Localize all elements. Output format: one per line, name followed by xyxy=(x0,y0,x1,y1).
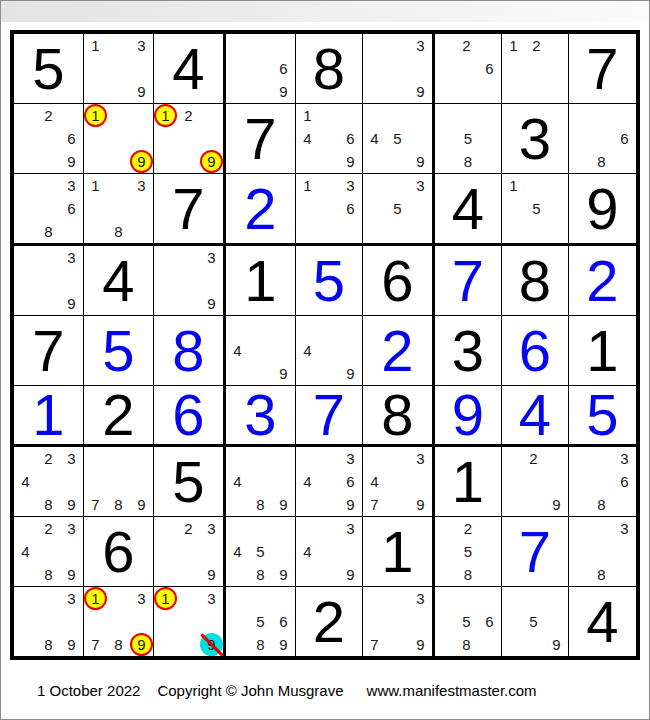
given-digit: 5 xyxy=(172,453,204,511)
candidate-2[interactable]: 2 xyxy=(37,104,60,127)
candidate-4[interactable]: 4 xyxy=(226,540,249,563)
cell-r3c6[interactable]: 35 xyxy=(363,174,435,246)
candidate-3[interactable]: 3 xyxy=(130,34,153,57)
candidate-6[interactable]: 6 xyxy=(339,470,362,493)
candidate-3[interactable]: 3 xyxy=(200,587,223,610)
cell-r6c5[interactable]: 7 xyxy=(296,386,363,447)
candidate-6[interactable]: 6 xyxy=(478,57,501,80)
cell-r8c2[interactable]: 6 xyxy=(84,517,154,587)
given-digit: 1 xyxy=(586,322,618,380)
solved-digit: 2 xyxy=(381,322,413,380)
candidate-9[interactable]: 9 xyxy=(409,493,432,516)
candidate-3[interactable]: 3 xyxy=(60,447,83,470)
cell-r4c1[interactable]: 39 xyxy=(14,246,84,316)
status-bar: 1 October 2022Copyright © John Musgravew… xyxy=(37,682,537,699)
candidate-9[interactable]: 9 xyxy=(409,633,432,656)
cell-r6c1[interactable]: 1 xyxy=(14,386,84,447)
cell-r3c9[interactable]: 9 xyxy=(569,174,636,246)
candidate-3[interactable]: 3 xyxy=(60,587,83,610)
candidate-8[interactable]: 8 xyxy=(37,563,60,586)
given-digit: 2 xyxy=(102,386,134,444)
given-digit: 8 xyxy=(313,40,345,98)
candidate-5[interactable]: 5 xyxy=(386,197,409,220)
cell-r8c4[interactable]: 4589 xyxy=(226,517,296,587)
candidate-1[interactable]: 1 xyxy=(502,34,525,57)
cell-r6c6[interactable]: 8 xyxy=(363,386,435,447)
cell-r7c2[interactable]: 789 xyxy=(84,447,154,517)
cell-r2c9[interactable]: 68 xyxy=(569,104,636,174)
footer-copyright: Copyright © John Musgrave xyxy=(157,682,343,699)
given-digit: 7 xyxy=(172,180,204,238)
solved-digit: 7 xyxy=(452,252,484,310)
candidate-1-highlighted[interactable]: 1 xyxy=(84,104,107,127)
cell-r7c3[interactable]: 5 xyxy=(154,447,226,517)
cell-r4c6[interactable]: 6 xyxy=(363,246,435,316)
candidate-9-highlighted[interactable]: 9 xyxy=(130,150,153,173)
candidate-4[interactable]: 4 xyxy=(296,540,319,563)
candidate-9-highlighted[interactable]: 9 xyxy=(130,633,153,656)
candidate-5[interactable]: 5 xyxy=(386,127,409,150)
cell-r7c7[interactable]: 1 xyxy=(435,447,502,517)
solved-digit: 6 xyxy=(519,322,551,380)
given-digit: 4 xyxy=(102,252,134,310)
candidate-8[interactable]: 8 xyxy=(107,493,130,516)
candidate-2[interactable]: 2 xyxy=(37,447,60,470)
candidate-4[interactable]: 4 xyxy=(296,339,319,362)
cell-r7c8[interactable]: 29 xyxy=(502,447,569,517)
candidate-4[interactable]: 4 xyxy=(296,127,319,150)
candidate-4[interactable]: 4 xyxy=(296,470,319,493)
candidate-9[interactable]: 9 xyxy=(60,563,83,586)
candidate-8[interactable]: 8 xyxy=(37,633,60,656)
candidate-5[interactable]: 5 xyxy=(457,540,480,563)
cell-r7c5[interactable]: 3469 xyxy=(296,447,363,517)
candidate-9[interactable]: 9 xyxy=(200,292,223,315)
candidate-6[interactable]: 6 xyxy=(60,197,83,220)
given-digit: 8 xyxy=(381,386,413,444)
candidate-1[interactable]: 1 xyxy=(296,174,319,197)
candidate-3[interactable]: 3 xyxy=(339,174,362,197)
candidate-1-highlighted[interactable]: 1 xyxy=(154,587,177,610)
solved-digit: 6 xyxy=(172,386,204,444)
cell-r1c8[interactable]: 12 xyxy=(502,34,569,104)
given-digit: 5 xyxy=(32,40,64,98)
candidate-2[interactable]: 2 xyxy=(525,34,548,57)
candidate-9[interactable]: 9 xyxy=(272,493,295,516)
candidate-9[interactable]: 9 xyxy=(409,80,432,103)
cell-r9c4[interactable]: 5689 xyxy=(226,587,296,656)
cell-r8c6[interactable]: 1 xyxy=(363,517,435,587)
candidate-8[interactable]: 8 xyxy=(455,633,478,656)
candidate-1-highlighted[interactable]: 1 xyxy=(84,587,107,610)
cell-r1c9[interactable]: 7 xyxy=(569,34,636,104)
candidate-7[interactable]: 7 xyxy=(84,493,107,516)
cell-r4c5[interactable]: 5 xyxy=(296,246,363,316)
cell-r6c7[interactable]: 9 xyxy=(435,386,502,447)
candidate-3[interactable]: 3 xyxy=(409,174,432,197)
candidate-4[interactable]: 4 xyxy=(14,540,37,563)
given-digit: 4 xyxy=(586,593,618,651)
candidate-9[interactable]: 9 xyxy=(60,633,83,656)
candidate-9[interactable]: 9 xyxy=(272,362,295,385)
candidate-4[interactable]: 4 xyxy=(226,339,249,362)
candidate-3[interactable]: 3 xyxy=(60,174,83,197)
candidate-6[interactable]: 6 xyxy=(339,127,362,150)
candidate-9[interactable]: 9 xyxy=(339,150,362,173)
candidate-3[interactable]: 3 xyxy=(200,517,223,540)
given-digit: 3 xyxy=(519,110,551,168)
solved-digit: 7 xyxy=(519,523,551,581)
app-window: 5139469839261272691912971469459583683681… xyxy=(0,0,650,720)
candidate-7[interactable]: 7 xyxy=(84,633,107,656)
given-digit: 9 xyxy=(586,180,618,238)
given-digit: 1 xyxy=(244,252,276,310)
given-digit: 8 xyxy=(519,252,551,310)
cell-r9c7[interactable]: 568 xyxy=(435,587,502,656)
cell-r1c1[interactable]: 5 xyxy=(14,34,84,104)
candidate-5[interactable]: 5 xyxy=(249,540,272,563)
solved-digit: 4 xyxy=(519,386,551,444)
candidate-8[interactable]: 8 xyxy=(457,150,480,173)
cell-r6c4[interactable]: 3 xyxy=(226,386,296,447)
cell-r3c2[interactable]: 138 xyxy=(84,174,154,246)
candidate-9[interactable]: 9 xyxy=(60,150,83,173)
candidate-6[interactable]: 6 xyxy=(613,127,636,150)
candidate-9[interactable]: 9 xyxy=(272,563,295,586)
candidate-8[interactable]: 8 xyxy=(107,220,130,243)
solved-digit: 1 xyxy=(32,386,64,444)
cell-r8c7[interactable]: 258 xyxy=(435,517,502,587)
cell-r4c7[interactable]: 7 xyxy=(435,246,502,316)
cell-r5c2[interactable]: 5 xyxy=(84,316,154,386)
solved-digit: 8 xyxy=(172,322,204,380)
candidate-4[interactable]: 4 xyxy=(14,470,37,493)
candidate-1[interactable]: 1 xyxy=(502,174,525,197)
candidate-1[interactable]: 1 xyxy=(296,104,319,127)
candidate-5[interactable]: 5 xyxy=(525,197,548,220)
cell-r1c2[interactable]: 139 xyxy=(84,34,154,104)
cell-r1c3[interactable]: 4 xyxy=(154,34,226,104)
candidate-9[interactable]: 9 xyxy=(545,633,568,656)
cell-r8c8[interactable]: 7 xyxy=(502,517,569,587)
candidate-7[interactable]: 7 xyxy=(363,493,386,516)
candidate-8[interactable]: 8 xyxy=(457,563,480,586)
candidate-3[interactable]: 3 xyxy=(613,517,636,540)
title-bar xyxy=(1,1,649,22)
solved-digit: 7 xyxy=(313,386,345,444)
given-digit: 4 xyxy=(452,180,484,238)
given-digit: 3 xyxy=(452,322,484,380)
cell-r5c8[interactable]: 6 xyxy=(502,316,569,386)
candidate-3[interactable]: 3 xyxy=(200,246,223,269)
candidate-9[interactable]: 9 xyxy=(130,80,153,103)
candidate-3[interactable]: 3 xyxy=(130,174,153,197)
candidate-8[interactable]: 8 xyxy=(590,493,613,516)
candidate-3[interactable]: 3 xyxy=(60,246,83,269)
cell-r8c5[interactable]: 349 xyxy=(296,517,363,587)
cell-r2c6[interactable]: 459 xyxy=(363,104,435,174)
candidate-3[interactable]: 3 xyxy=(409,447,432,470)
candidate-2[interactable]: 2 xyxy=(522,447,545,470)
cell-r2c3[interactable]: 129 xyxy=(154,104,226,174)
cell-r5c3[interactable]: 8 xyxy=(154,316,226,386)
candidate-6[interactable]: 6 xyxy=(60,127,83,150)
candidate-6[interactable]: 6 xyxy=(339,197,362,220)
cell-r4c9[interactable]: 2 xyxy=(569,246,636,316)
candidate-9[interactable]: 9 xyxy=(339,362,362,385)
candidate-3[interactable]: 3 xyxy=(613,447,636,470)
candidate-6[interactable]: 6 xyxy=(272,610,295,633)
candidate-3[interactable]: 3 xyxy=(409,34,432,57)
candidate-9[interactable]: 9 xyxy=(60,292,83,315)
cell-r5c7[interactable]: 3 xyxy=(435,316,502,386)
cell-r5c6[interactable]: 2 xyxy=(363,316,435,386)
solved-digit: 3 xyxy=(244,386,276,444)
candidate-8[interactable]: 8 xyxy=(249,633,272,656)
cell-r1c5[interactable]: 8 xyxy=(296,34,363,104)
sudoku-board: 5139469839261272691912971469459583683681… xyxy=(10,30,640,660)
candidate-1[interactable]: 1 xyxy=(84,174,107,197)
cell-r3c5[interactable]: 136 xyxy=(296,174,363,246)
cell-r7c6[interactable]: 3479 xyxy=(363,447,435,517)
candidate-2[interactable]: 2 xyxy=(37,517,60,540)
cell-r4c3[interactable]: 39 xyxy=(154,246,226,316)
candidate-9[interactable]: 9 xyxy=(409,150,432,173)
cell-r7c9[interactable]: 368 xyxy=(569,447,636,517)
cell-r9c3[interactable]: 139 xyxy=(154,587,226,656)
cell-r6c3[interactable]: 6 xyxy=(154,386,226,447)
cell-r2c8[interactable]: 3 xyxy=(502,104,569,174)
solved-digit: 2 xyxy=(586,252,618,310)
candidate-1[interactable]: 1 xyxy=(84,34,107,57)
cell-r1c6[interactable]: 39 xyxy=(363,34,435,104)
candidate-3[interactable]: 3 xyxy=(339,447,362,470)
candidate-2[interactable]: 2 xyxy=(177,104,200,127)
candidate-9-eliminated[interactable]: 9 xyxy=(200,633,223,656)
solved-digit: 5 xyxy=(586,386,618,444)
candidate-5[interactable]: 5 xyxy=(455,610,478,633)
cell-r6c8[interactable]: 4 xyxy=(502,386,569,447)
candidate-2[interactable]: 2 xyxy=(457,517,480,540)
candidate-2[interactable]: 2 xyxy=(177,517,200,540)
given-digit: 2 xyxy=(313,593,345,651)
candidate-3[interactable]: 3 xyxy=(130,587,153,610)
solved-digit: 5 xyxy=(313,252,345,310)
cell-r9c8[interactable]: 59 xyxy=(502,587,569,656)
candidate-9[interactable]: 9 xyxy=(272,633,295,656)
given-digit: 6 xyxy=(381,252,413,310)
cell-r1c7[interactable]: 26 xyxy=(435,34,502,104)
candidate-5[interactable]: 5 xyxy=(457,127,480,150)
candidate-9[interactable]: 9 xyxy=(60,493,83,516)
cell-r2c1[interactable]: 269 xyxy=(14,104,84,174)
candidate-9[interactable]: 9 xyxy=(545,493,568,516)
candidate-8[interactable]: 8 xyxy=(249,493,272,516)
candidate-4[interactable]: 4 xyxy=(226,470,249,493)
candidate-9[interactable]: 9 xyxy=(339,493,362,516)
cell-r3c7[interactable]: 4 xyxy=(435,174,502,246)
given-digit: 7 xyxy=(244,110,276,168)
given-digit: 4 xyxy=(172,40,204,98)
cell-r2c2[interactable]: 19 xyxy=(84,104,154,174)
candidate-3[interactable]: 3 xyxy=(409,587,432,610)
candidate-4[interactable]: 4 xyxy=(363,470,386,493)
solved-digit: 9 xyxy=(452,386,484,444)
footer-website[interactable]: www.manifestmaster.com xyxy=(367,682,537,699)
cell-r5c1[interactable]: 7 xyxy=(14,316,84,386)
given-digit: 6 xyxy=(102,523,134,581)
candidate-3[interactable]: 3 xyxy=(339,517,362,540)
cell-r3c3[interactable]: 7 xyxy=(154,174,226,246)
candidate-9[interactable]: 9 xyxy=(272,80,295,103)
cell-r5c5[interactable]: 49 xyxy=(296,316,363,386)
candidate-2[interactable]: 2 xyxy=(455,34,478,57)
cell-r9c6[interactable]: 379 xyxy=(363,587,435,656)
candidate-8[interactable]: 8 xyxy=(249,563,272,586)
cell-r6c9[interactable]: 5 xyxy=(569,386,636,447)
candidate-5[interactable]: 5 xyxy=(522,610,545,633)
cell-r4c4[interactable]: 1 xyxy=(226,246,296,316)
cell-r9c1[interactable]: 389 xyxy=(14,587,84,656)
footer-date: 1 October 2022 xyxy=(37,682,140,699)
cell-r5c4[interactable]: 49 xyxy=(226,316,296,386)
candidate-8[interactable]: 8 xyxy=(590,150,613,173)
cell-r9c9[interactable]: 4 xyxy=(569,587,636,656)
candidate-6[interactable]: 6 xyxy=(272,57,295,80)
cell-r8c9[interactable]: 38 xyxy=(569,517,636,587)
cell-r2c4[interactable]: 7 xyxy=(226,104,296,174)
cell-r2c7[interactable]: 58 xyxy=(435,104,502,174)
candidate-7[interactable]: 7 xyxy=(363,633,386,656)
given-digit: 7 xyxy=(586,40,618,98)
solved-digit: 5 xyxy=(102,322,134,380)
candidate-9[interactable]: 9 xyxy=(200,563,223,586)
cell-r2c5[interactable]: 1469 xyxy=(296,104,363,174)
candidate-3[interactable]: 3 xyxy=(60,517,83,540)
cell-r7c4[interactable]: 489 xyxy=(226,447,296,517)
cell-r3c8[interactable]: 15 xyxy=(502,174,569,246)
given-digit: 1 xyxy=(381,523,413,581)
cell-r7c1[interactable]: 23489 xyxy=(14,447,84,517)
given-digit: 7 xyxy=(32,322,64,380)
cell-r4c8[interactable]: 8 xyxy=(502,246,569,316)
cell-r8c3[interactable]: 239 xyxy=(154,517,226,587)
candidate-4[interactable]: 4 xyxy=(363,127,386,150)
cell-r3c4[interactable]: 2 xyxy=(226,174,296,246)
cell-r4c2[interactable]: 4 xyxy=(84,246,154,316)
candidate-6[interactable]: 6 xyxy=(613,470,636,493)
cell-r5c9[interactable]: 1 xyxy=(569,316,636,386)
candidate-1-highlighted[interactable]: 1 xyxy=(154,104,177,127)
cell-r8c1[interactable]: 23489 xyxy=(14,517,84,587)
cell-r9c2[interactable]: 13789 xyxy=(84,587,154,656)
cell-r9c5[interactable]: 2 xyxy=(296,587,363,656)
cell-r3c1[interactable]: 368 xyxy=(14,174,84,246)
candidate-8[interactable]: 8 xyxy=(107,633,130,656)
given-digit: 1 xyxy=(452,453,484,511)
candidate-8[interactable]: 8 xyxy=(37,493,60,516)
candidate-8[interactable]: 8 xyxy=(590,563,613,586)
candidate-9-highlighted[interactable]: 9 xyxy=(200,150,223,173)
cell-r1c4[interactable]: 69 xyxy=(226,34,296,104)
candidate-9[interactable]: 9 xyxy=(339,563,362,586)
candidate-9[interactable]: 9 xyxy=(130,493,153,516)
solved-digit: 2 xyxy=(244,180,276,238)
cell-r6c2[interactable]: 2 xyxy=(84,386,154,447)
candidate-5[interactable]: 5 xyxy=(249,610,272,633)
candidate-6[interactable]: 6 xyxy=(478,610,501,633)
candidate-8[interactable]: 8 xyxy=(37,220,60,243)
